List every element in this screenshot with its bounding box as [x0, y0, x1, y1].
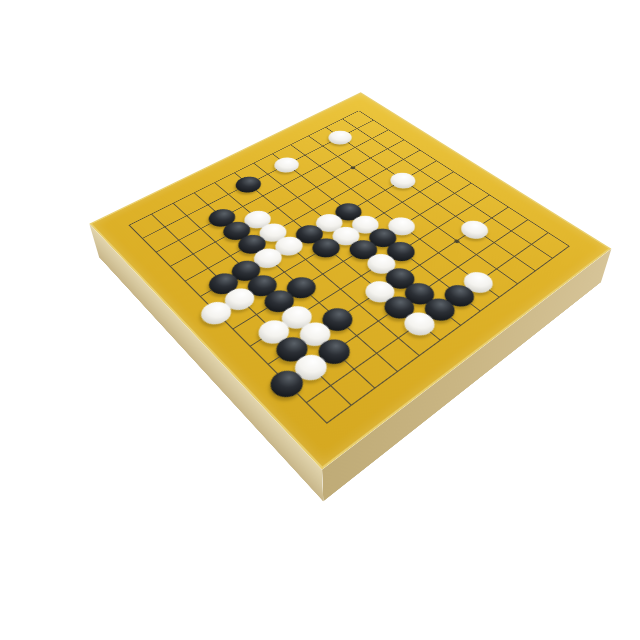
intersection	[227, 257, 265, 284]
intersection	[236, 300, 276, 331]
intersection	[460, 297, 501, 327]
black-stone	[203, 269, 243, 298]
intersection	[400, 279, 440, 308]
intersection	[400, 252, 438, 279]
intersection	[419, 325, 461, 358]
white-stone	[276, 302, 318, 334]
intersection	[419, 295, 460, 325]
intersection	[381, 265, 420, 293]
product-photo-canvas	[0, 0, 640, 640]
intersection	[498, 270, 537, 298]
intersection	[270, 233, 307, 259]
white-stone	[252, 316, 295, 349]
intersection	[439, 281, 479, 310]
black-stone	[242, 271, 282, 301]
intersection	[324, 249, 362, 276]
black-stone	[264, 365, 309, 402]
intersection	[294, 318, 335, 350]
intersection	[212, 314, 253, 346]
black-stone	[399, 279, 440, 309]
intersection	[533, 246, 571, 273]
black-stone	[380, 264, 420, 293]
intersection	[398, 340, 441, 374]
intersection	[277, 302, 318, 333]
intersection	[382, 239, 420, 265]
intersection	[495, 244, 533, 270]
white-stone	[195, 297, 237, 329]
intersection	[313, 335, 355, 368]
intersection	[303, 261, 342, 289]
intersection	[253, 316, 294, 348]
hoshi-point	[453, 239, 460, 244]
intersection	[355, 337, 398, 371]
intersection	[265, 259, 303, 287]
white-stone	[458, 268, 499, 297]
go-grid	[111, 102, 588, 443]
white-stone	[289, 350, 334, 386]
intersection	[360, 277, 400, 306]
intersection	[137, 240, 174, 266]
intersection	[309, 369, 353, 405]
intersection	[513, 232, 551, 258]
intersection	[289, 350, 332, 385]
intersection	[304, 405, 350, 444]
intersection	[399, 308, 440, 339]
intersection	[212, 243, 249, 269]
white-stone	[294, 318, 337, 351]
black-stone	[226, 257, 266, 285]
intersection	[249, 245, 287, 272]
black-stone	[307, 235, 346, 262]
intersection	[345, 237, 382, 263]
white-stone	[362, 250, 402, 278]
hoshi-point	[334, 316, 342, 322]
black-stone	[316, 304, 358, 336]
intersection	[376, 355, 420, 390]
black-stone	[259, 286, 300, 317]
intersection	[287, 247, 325, 274]
intersection	[550, 234, 588, 260]
intersection	[329, 388, 374, 426]
intersection	[265, 366, 309, 402]
intersection	[339, 291, 379, 321]
board-surface	[89, 92, 611, 469]
intersection	[166, 268, 205, 296]
intersection	[332, 353, 375, 388]
intersection	[317, 304, 358, 335]
intersection	[358, 306, 399, 337]
black-stone	[344, 236, 383, 263]
white-stone	[248, 245, 287, 273]
intersection	[271, 333, 313, 366]
intersection	[457, 242, 495, 268]
black-stone	[312, 335, 356, 370]
intersection	[151, 254, 189, 281]
intersection	[439, 254, 478, 281]
intersection	[477, 256, 516, 283]
go-board	[89, 92, 611, 469]
intersection	[189, 255, 227, 282]
black-stone	[419, 294, 461, 325]
intersection	[282, 274, 321, 303]
hoshi-point	[350, 166, 356, 170]
intersection	[353, 371, 397, 407]
black-stone	[439, 281, 480, 311]
white-stone	[219, 284, 260, 315]
intersection	[440, 311, 481, 342]
intersection	[243, 272, 282, 300]
white-stone	[398, 308, 441, 340]
intersection	[321, 276, 360, 305]
intersection	[459, 268, 498, 296]
intersection	[342, 263, 381, 291]
intersection	[196, 298, 236, 328]
black-stone	[381, 238, 420, 265]
intersection	[247, 348, 290, 382]
intersection	[204, 270, 243, 298]
intersection	[479, 283, 519, 312]
black-stone	[281, 273, 322, 303]
black-stone	[378, 292, 420, 323]
intersection	[181, 283, 220, 312]
intersection	[336, 321, 378, 353]
intersection	[220, 285, 260, 314]
intersection	[284, 385, 329, 423]
intersection	[420, 240, 458, 266]
black-stone	[270, 332, 314, 366]
intersection	[379, 293, 419, 323]
white-stone	[270, 233, 308, 260]
intersection	[362, 251, 400, 278]
white-stone	[359, 277, 400, 307]
intersection	[516, 258, 555, 285]
intersection	[229, 331, 271, 364]
intersection	[174, 242, 211, 268]
intersection	[377, 323, 419, 355]
intersection	[307, 235, 344, 261]
intersection	[420, 267, 459, 295]
intersection	[259, 287, 299, 317]
intersection	[299, 289, 339, 319]
